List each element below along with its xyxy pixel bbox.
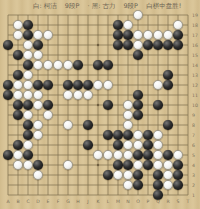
black-stone <box>103 130 112 139</box>
white-stone <box>123 170 132 179</box>
column-coordinate-label: O <box>133 199 143 204</box>
white-stone <box>123 20 132 29</box>
white-stone <box>113 170 122 179</box>
black-stone <box>23 130 32 139</box>
white-stone <box>63 120 72 129</box>
black-stone <box>3 80 12 89</box>
white-stone <box>123 150 132 159</box>
black-stone <box>133 150 142 159</box>
white-stone <box>143 30 152 39</box>
white-stone <box>23 70 32 79</box>
black-stone <box>113 40 122 49</box>
white-stone <box>23 90 32 99</box>
black-stone <box>143 130 152 139</box>
black-stone <box>133 110 142 119</box>
black-stone <box>113 20 122 29</box>
black-stone <box>163 150 172 159</box>
black-stone <box>63 80 72 89</box>
white-stone <box>13 160 22 169</box>
white-stone <box>23 160 32 169</box>
white-stone <box>123 120 132 129</box>
black-stone <box>43 100 52 109</box>
white-stone <box>163 180 172 189</box>
white-stone <box>33 100 42 109</box>
row-coordinate-label: 5 <box>192 153 200 158</box>
black-stone <box>133 90 142 99</box>
black-stone <box>83 80 92 89</box>
white-stone <box>123 110 132 119</box>
column-coordinate-label: K <box>93 199 103 204</box>
black-stone <box>23 20 32 29</box>
white-stone <box>63 160 72 169</box>
black-stone <box>13 70 22 79</box>
white-stone <box>153 150 162 159</box>
white-stone <box>133 130 142 139</box>
white-stone <box>53 60 62 69</box>
row-coordinate-label: 7 <box>192 133 200 138</box>
black-stone <box>153 100 162 109</box>
black-stone <box>113 130 122 139</box>
column-coordinate-label: H <box>73 199 83 204</box>
white-stone <box>173 150 182 159</box>
column-coordinate-label: E <box>43 199 53 204</box>
white-stone <box>33 50 42 59</box>
black-stone <box>143 150 152 159</box>
black-stone <box>163 70 172 79</box>
black-stone <box>123 40 132 49</box>
black-stone <box>153 180 162 189</box>
white-stone <box>23 80 32 89</box>
star-point <box>97 104 99 106</box>
white-stone <box>153 80 162 89</box>
black-stone <box>3 40 12 49</box>
black-stone <box>13 50 22 59</box>
black-stone <box>73 60 82 69</box>
column-coordinate-label: D <box>33 199 43 204</box>
white-stone <box>13 30 22 39</box>
row-coordinate-label: 8 <box>192 123 200 128</box>
black-stone <box>113 160 122 169</box>
column-coordinate-label: F <box>53 199 63 204</box>
white-stone <box>33 30 42 39</box>
white-stone <box>43 60 52 69</box>
black-stone <box>163 80 172 89</box>
white-stone <box>93 80 102 89</box>
black-stone <box>23 150 32 159</box>
white-stone <box>23 140 32 149</box>
black-stone <box>133 180 142 189</box>
black-stone <box>113 30 122 39</box>
star-point <box>97 164 99 166</box>
black-stone <box>73 80 82 89</box>
black-stone <box>113 140 122 149</box>
black-stone <box>103 170 112 179</box>
row-coordinate-label: 19 <box>192 13 200 18</box>
black-stone <box>23 100 32 109</box>
white-stone <box>33 90 42 99</box>
black-stone <box>33 80 42 89</box>
black-stone <box>153 40 162 49</box>
black-stone <box>123 30 132 39</box>
black-stone <box>33 160 42 169</box>
white-stone <box>133 160 142 169</box>
black-stone <box>13 110 22 119</box>
column-coordinate-label: A <box>3 199 13 204</box>
row-coordinate-label: 15 <box>192 53 200 58</box>
black-stone <box>143 160 152 169</box>
white-stone <box>23 50 32 59</box>
black-stone <box>173 40 182 49</box>
white-stone <box>73 90 82 99</box>
white-stone <box>103 80 112 89</box>
black-stone <box>173 170 182 179</box>
white-stone <box>23 110 32 119</box>
white-stone <box>163 170 172 179</box>
black-stone <box>13 100 22 109</box>
black-stone <box>123 160 132 169</box>
white-stone <box>173 20 182 29</box>
row-coordinate-label: 1 <box>192 193 200 198</box>
row-coordinate-label: 10 <box>192 103 200 108</box>
black-stone <box>103 100 112 109</box>
black-stone <box>13 140 22 149</box>
column-coordinate-label: J <box>83 199 93 204</box>
white-stone <box>163 30 172 39</box>
white-stone <box>63 90 72 99</box>
row-coordinate-label: 13 <box>192 73 200 78</box>
column-coordinate-label: N <box>123 199 133 204</box>
white-stone <box>123 100 132 109</box>
row-coordinate-label: 18 <box>192 23 200 28</box>
black-stone <box>173 180 182 189</box>
column-coordinate-label: Q <box>153 199 163 204</box>
black-stone <box>133 170 142 179</box>
row-coordinate-label: 3 <box>192 173 200 178</box>
black-stone <box>33 40 42 49</box>
column-coordinate-label: S <box>173 199 183 204</box>
white-stone <box>33 170 42 179</box>
black-stone <box>43 80 52 89</box>
black-stone <box>123 130 132 139</box>
row-coordinate-label: 14 <box>192 63 200 68</box>
column-coordinate-label: T <box>183 199 193 204</box>
white-stone <box>63 60 72 69</box>
column-coordinate-label: B <box>13 199 23 204</box>
white-stone <box>153 30 162 39</box>
white-stone <box>153 160 162 169</box>
black-stone <box>3 150 12 159</box>
row-coordinate-label: 11 <box>192 93 200 98</box>
row-coordinate-label: 16 <box>192 43 200 48</box>
column-coordinate-label: M <box>113 199 123 204</box>
black-stone <box>83 120 92 129</box>
black-stone <box>153 170 162 179</box>
white-stone <box>13 80 22 89</box>
white-stone <box>43 110 52 119</box>
white-stone <box>153 130 162 139</box>
black-stone <box>133 50 142 59</box>
white-stone <box>123 140 132 149</box>
white-stone <box>133 10 142 19</box>
column-coordinate-label: L <box>103 199 113 204</box>
go-app-background: 白: 柯洁 9段P · 黑: 古力 9段P 白棋中盘胜! 19181716151… <box>0 0 200 209</box>
row-coordinate-label: 17 <box>192 33 200 38</box>
white-stone <box>93 150 102 159</box>
white-stone <box>133 30 142 39</box>
black-stone <box>23 120 32 129</box>
white-stone <box>83 90 92 99</box>
black-stone <box>103 60 112 69</box>
white-stone <box>163 160 172 169</box>
black-stone <box>173 30 182 39</box>
white-stone <box>43 30 52 39</box>
column-coordinate-label: R <box>163 199 173 204</box>
black-stone <box>133 100 142 109</box>
black-stone <box>23 60 32 69</box>
column-coordinate-label: P <box>143 199 153 204</box>
black-stone <box>163 120 172 129</box>
black-stone <box>3 90 12 99</box>
black-stone <box>93 60 102 69</box>
black-stone <box>143 40 152 49</box>
white-stone <box>133 140 142 149</box>
row-coordinate-label: 6 <box>192 143 200 148</box>
star-point <box>97 44 99 46</box>
black-stone <box>173 160 182 169</box>
white-stone <box>33 130 42 139</box>
white-stone <box>153 140 162 149</box>
row-coordinate-label: 12 <box>192 83 200 88</box>
white-stone <box>133 40 142 49</box>
row-coordinate-label: 4 <box>192 163 200 168</box>
white-stone <box>23 40 32 49</box>
column-coordinate-label: G <box>63 199 73 204</box>
white-stone <box>13 150 22 159</box>
black-stone <box>23 30 32 39</box>
black-stone <box>143 140 152 149</box>
white-stone <box>103 150 112 159</box>
white-stone <box>33 120 42 129</box>
column-coordinate-label: C <box>23 199 33 204</box>
row-coordinate-label: 9 <box>192 113 200 118</box>
white-stone <box>13 90 22 99</box>
white-stone <box>33 60 42 69</box>
white-stone <box>113 150 122 159</box>
row-coordinate-label: 2 <box>192 183 200 188</box>
black-stone <box>83 140 92 149</box>
black-stone <box>163 40 172 49</box>
white-stone <box>13 20 22 29</box>
white-stone <box>123 180 132 189</box>
